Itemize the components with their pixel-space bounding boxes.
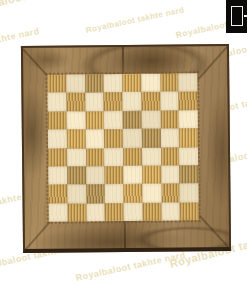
board-square [142,184,161,203]
board-square [161,202,180,221]
board-square [67,203,86,222]
board-square [179,147,198,166]
frame-miter-joint [199,215,230,249]
board-square [85,93,104,112]
board-square [104,111,123,130]
board-square [141,74,160,93]
board-square [124,202,143,221]
board-square [66,111,85,130]
board-square [66,74,85,93]
board-square [141,110,160,129]
board-square [67,166,86,185]
chess-board [21,44,231,253]
watermark-text: Royalbaloot takhte nard [0,0,92,17]
board-square [85,111,104,130]
watermark-text: Royalbaloot takhte nard [85,5,185,35]
board-square [66,93,85,112]
board-square [161,165,180,184]
board-square [85,129,104,148]
board-square [67,185,86,204]
board-square [179,128,198,147]
brand-logo [226,0,247,33]
board-square [142,147,161,166]
board-square [160,73,179,92]
board-square [48,185,67,204]
board-square [178,73,197,92]
board-square [180,183,199,202]
board-square [86,203,105,222]
board-square [122,74,141,93]
board-square [49,203,68,222]
board-square [179,92,198,111]
board-square [47,75,66,94]
board-square [123,184,142,203]
page-background: { "meta": { "description": "Overhead pro… [0,0,247,296]
board-square [104,148,123,167]
board-square [104,166,123,185]
board-square [123,166,142,185]
board-square [86,166,105,185]
board-square [48,130,67,149]
board-square [104,92,123,111]
board-square [48,111,67,130]
board-square [85,74,104,93]
board-square [179,110,198,129]
board-square [103,74,122,93]
board-square [160,129,179,148]
logo-frame-icon [231,6,243,26]
board-square [123,129,142,148]
logo-notch-icon [244,15,247,17]
board-square [104,129,123,148]
board-square [160,92,179,111]
board-square [47,93,66,112]
board-square [105,184,124,203]
board-square [161,184,180,203]
board-square [160,110,179,129]
board-square [105,203,124,222]
board-square [180,202,199,221]
board-square [67,148,86,167]
board-square [141,92,160,111]
board-square [142,129,161,148]
board-square [142,202,161,221]
board-square [160,147,179,166]
board-square [142,166,161,185]
board-square [48,166,67,185]
board-square [48,148,67,167]
board-square [179,165,198,184]
frame-miter-joint [197,46,228,80]
board-square [123,147,142,166]
board-square [122,92,141,111]
board-square [123,111,142,130]
board-square [67,130,86,149]
board-square [86,184,105,203]
board-square [85,148,104,167]
checkerboard-grid [47,73,199,222]
